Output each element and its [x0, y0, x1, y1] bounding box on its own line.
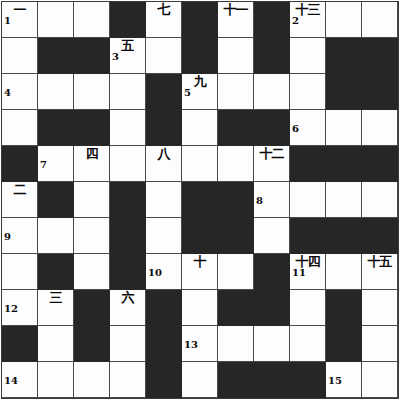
- white-cell-r8c1[interactable]: 三: [38, 290, 74, 326]
- white-cell-r3c10[interactable]: [362, 110, 398, 146]
- white-cell-r6c1[interactable]: [38, 218, 74, 254]
- white-cell-r2c5[interactable]: 九5: [182, 74, 218, 110]
- white-cell-r6c0[interactable]: 9: [2, 218, 38, 254]
- across-clue-number: 6: [292, 124, 299, 134]
- white-cell-r5c2[interactable]: [74, 182, 110, 218]
- black-cell-r2c4: [146, 74, 182, 110]
- white-cell-r8c10[interactable]: [362, 290, 398, 326]
- white-cell-r3c5[interactable]: [182, 110, 218, 146]
- white-cell-r8c0[interactable]: 12: [2, 290, 38, 326]
- across-clue-number: 5: [184, 88, 191, 98]
- black-cell-r7c1: [38, 254, 74, 290]
- white-cell-r3c0[interactable]: [2, 110, 38, 146]
- down-clue-label: 一: [14, 3, 26, 16]
- black-cell-r6c10: [362, 218, 398, 254]
- black-cell-r2c10: [362, 74, 398, 110]
- white-cell-r5c8[interactable]: [290, 182, 326, 218]
- white-cell-r10c5[interactable]: [182, 362, 218, 398]
- white-cell-r10c9[interactable]: 15: [326, 362, 362, 398]
- white-cell-r4c7[interactable]: 十二: [254, 146, 290, 182]
- white-cell-r2c8[interactable]: [290, 74, 326, 110]
- white-cell-r5c7[interactable]: 8: [254, 182, 290, 218]
- white-cell-r10c3[interactable]: [110, 362, 146, 398]
- black-cell-r10c6: [218, 362, 254, 398]
- white-cell-r10c1[interactable]: [38, 362, 74, 398]
- white-cell-r7c0[interactable]: [2, 254, 38, 290]
- white-cell-r3c8[interactable]: 6: [290, 110, 326, 146]
- crossword-board: 一1七十一十三2五34九567四八十二二8910十十四11十五12三六13141…: [1, 1, 399, 399]
- across-clue-number: 9: [4, 232, 11, 242]
- down-clue-label: 九: [194, 75, 206, 88]
- black-cell-r1c9: [326, 38, 362, 74]
- black-cell-r4c10: [362, 146, 398, 182]
- down-clue-label: 八: [158, 147, 170, 160]
- white-cell-r9c8[interactable]: [290, 326, 326, 362]
- white-cell-r2c6[interactable]: [218, 74, 254, 110]
- white-cell-r8c8[interactable]: [290, 290, 326, 326]
- white-cell-r4c4[interactable]: 八: [146, 146, 182, 182]
- down-clue-label: 四: [86, 147, 98, 160]
- black-cell-r8c6: [218, 290, 254, 326]
- across-clue-number: 15: [328, 376, 342, 386]
- across-clue-number: 3: [112, 52, 119, 62]
- black-cell-r4c8: [290, 146, 326, 182]
- white-cell-r4c1[interactable]: 7: [38, 146, 74, 182]
- black-cell-r3c1: [38, 110, 74, 146]
- black-cell-r9c2: [74, 326, 110, 362]
- white-cell-r9c5[interactable]: 13: [182, 326, 218, 362]
- white-cell-r1c0[interactable]: [2, 38, 38, 74]
- white-cell-r1c8[interactable]: [290, 38, 326, 74]
- white-cell-r2c3[interactable]: [110, 74, 146, 110]
- white-cell-r10c2[interactable]: [74, 362, 110, 398]
- black-cell-r1c1: [38, 38, 74, 74]
- down-clue-label: 六: [122, 291, 134, 304]
- black-cell-r6c6: [218, 218, 254, 254]
- black-cell-r6c5: [182, 218, 218, 254]
- white-cell-r4c3[interactable]: [110, 146, 146, 182]
- white-cell-r0c2[interactable]: [74, 2, 110, 38]
- black-cell-r10c4: [146, 362, 182, 398]
- white-cell-r7c9[interactable]: [326, 254, 362, 290]
- white-cell-r9c6[interactable]: [218, 326, 254, 362]
- white-cell-r2c0[interactable]: 4: [2, 74, 38, 110]
- across-clue-number: 13: [184, 340, 198, 350]
- white-cell-r5c0[interactable]: 二: [2, 182, 38, 218]
- black-cell-r10c8: [290, 362, 326, 398]
- white-cell-r3c9[interactable]: [326, 110, 362, 146]
- white-cell-r0c0[interactable]: 一1: [2, 2, 38, 38]
- black-cell-r8c2: [74, 290, 110, 326]
- black-cell-r9c4: [146, 326, 182, 362]
- down-clue-label: 十五: [368, 255, 392, 268]
- white-cell-r6c4[interactable]: [146, 218, 182, 254]
- black-cell-r8c4: [146, 290, 182, 326]
- white-cell-r10c0[interactable]: 14: [2, 362, 38, 398]
- black-cell-r7c3: [110, 254, 146, 290]
- black-cell-r3c7: [254, 110, 290, 146]
- white-cell-r1c3[interactable]: 五3: [110, 38, 146, 74]
- down-clue-label: 十二: [260, 147, 284, 160]
- white-cell-r4c2[interactable]: 四: [74, 146, 110, 182]
- black-cell-r3c6: [218, 110, 254, 146]
- across-clue-number: 8: [256, 196, 263, 206]
- black-cell-r9c0: [2, 326, 38, 362]
- black-cell-r6c9: [326, 218, 362, 254]
- white-cell-r6c2[interactable]: [74, 218, 110, 254]
- across-clue-number: 12: [4, 304, 18, 314]
- black-cell-r1c2: [74, 38, 110, 74]
- white-cell-r0c10[interactable]: [362, 2, 398, 38]
- black-cell-r1c7: [254, 38, 290, 74]
- white-cell-r5c9[interactable]: [326, 182, 362, 218]
- black-cell-r8c9: [326, 290, 362, 326]
- white-cell-r0c4[interactable]: 七: [146, 2, 182, 38]
- across-clue-number: 14: [4, 376, 18, 386]
- across-clue-number: 2: [292, 16, 299, 26]
- across-clue-number: 11: [292, 268, 306, 278]
- white-cell-r8c3[interactable]: 六: [110, 290, 146, 326]
- white-cell-r7c5[interactable]: 十: [182, 254, 218, 290]
- across-clue-number: 4: [4, 88, 11, 98]
- black-cell-r6c3: [110, 218, 146, 254]
- black-cell-r0c7: [254, 2, 290, 38]
- white-cell-r5c4[interactable]: [146, 182, 182, 218]
- white-cell-r9c3[interactable]: [110, 326, 146, 362]
- white-cell-r7c2[interactable]: [74, 254, 110, 290]
- white-cell-r0c8[interactable]: 十三2: [290, 2, 326, 38]
- white-cell-r3c3[interactable]: [110, 110, 146, 146]
- white-cell-r4c5[interactable]: [182, 146, 218, 182]
- black-cell-r3c4: [146, 110, 182, 146]
- down-clue-label: 二: [14, 183, 26, 196]
- white-cell-r5c10[interactable]: [362, 182, 398, 218]
- white-cell-r1c4[interactable]: [146, 38, 182, 74]
- down-clue-label: 十一: [224, 3, 248, 16]
- black-cell-r2c9: [326, 74, 362, 110]
- black-cell-r0c3: [110, 2, 146, 38]
- black-cell-r6c8: [290, 218, 326, 254]
- white-cell-r7c10[interactable]: 十五: [362, 254, 398, 290]
- white-cell-r0c1[interactable]: [38, 2, 74, 38]
- black-cell-r1c10: [362, 38, 398, 74]
- white-cell-r2c7[interactable]: [254, 74, 290, 110]
- down-clue-label: 五: [122, 39, 134, 52]
- black-cell-r7c7: [254, 254, 290, 290]
- white-cell-r0c6[interactable]: 十一: [218, 2, 254, 38]
- black-cell-r10c7: [254, 362, 290, 398]
- across-clue-number: 10: [148, 268, 162, 278]
- white-cell-r8c5[interactable]: [182, 290, 218, 326]
- white-cell-r2c1[interactable]: [38, 74, 74, 110]
- white-cell-r6c7[interactable]: [254, 218, 290, 254]
- black-cell-r0c5: [182, 2, 218, 38]
- white-cell-r2c2[interactable]: [74, 74, 110, 110]
- down-clue-label: 十: [194, 255, 206, 268]
- white-cell-r1c6[interactable]: [218, 38, 254, 74]
- across-clue-number: 1: [4, 16, 11, 26]
- black-cell-r9c9: [326, 326, 362, 362]
- down-clue-label: 七: [158, 3, 170, 16]
- white-cell-r4c6[interactable]: [218, 146, 254, 182]
- across-clue-number: 7: [40, 160, 47, 170]
- white-cell-r9c7[interactable]: [254, 326, 290, 362]
- black-cell-r5c1: [38, 182, 74, 218]
- white-cell-r0c9[interactable]: [326, 2, 362, 38]
- black-cell-r5c6: [218, 182, 254, 218]
- white-cell-r9c10[interactable]: [362, 326, 398, 362]
- black-cell-r8c7: [254, 290, 290, 326]
- black-cell-r5c3: [110, 182, 146, 218]
- down-clue-label: 三: [50, 291, 62, 304]
- white-cell-r9c1[interactable]: [38, 326, 74, 362]
- black-cell-r3c2: [74, 110, 110, 146]
- black-cell-r1c5: [182, 38, 218, 74]
- white-cell-r7c4[interactable]: 10: [146, 254, 182, 290]
- black-cell-r4c0: [2, 146, 38, 182]
- white-cell-r7c8[interactable]: 十四11: [290, 254, 326, 290]
- white-cell-r7c6[interactable]: [218, 254, 254, 290]
- white-cell-r10c10[interactable]: [362, 362, 398, 398]
- black-cell-r5c5: [182, 182, 218, 218]
- black-cell-r4c9: [326, 146, 362, 182]
- down-clue-label: 十三: [296, 3, 320, 16]
